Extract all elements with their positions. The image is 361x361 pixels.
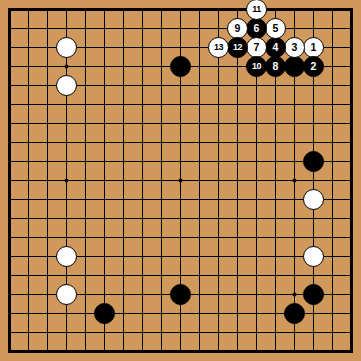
- move-number: 5: [273, 23, 279, 34]
- move-number: 2: [311, 61, 317, 72]
- move-number: 8: [273, 61, 279, 72]
- stone-white-q17-move-3: 3: [284, 37, 305, 58]
- stone-white-m18-move-13: 13: [208, 37, 229, 58]
- move-number: 10: [252, 62, 261, 71]
- stone-white-o17-move-7: 7: [246, 37, 267, 58]
- stone-black-q3: [284, 303, 305, 324]
- go-board-diagram: 12345678910111213: [0, 0, 361, 361]
- stone-white-o19-move-11: 11: [246, 0, 267, 20]
- stone-black-o16-move-10: 10: [246, 56, 267, 77]
- stone-black-f3: [94, 303, 115, 324]
- stone-white-n18-move-9: 9: [227, 18, 248, 39]
- move-number: 11: [252, 5, 261, 14]
- stone-black-r11: [303, 151, 324, 172]
- stone-white-d6: [56, 246, 77, 267]
- stone-black-n17-move-12: 12: [227, 37, 248, 58]
- stone-white-p18-move-5: 5: [265, 18, 286, 39]
- stone-white-d15: [56, 75, 77, 96]
- move-number: 7: [254, 42, 260, 53]
- move-number: 4: [273, 42, 279, 53]
- stone-white-d17: [56, 37, 77, 58]
- move-number: 6: [254, 23, 260, 34]
- move-number: 13: [214, 43, 223, 52]
- star-point: [293, 179, 297, 183]
- stone-black-k16: [170, 56, 191, 77]
- move-number: 1: [311, 42, 317, 53]
- move-number: 3: [292, 42, 298, 53]
- move-number: 12: [233, 43, 242, 52]
- star-point: [179, 179, 183, 183]
- stone-black-q16: [284, 56, 305, 77]
- stone-black-k4: [170, 284, 191, 305]
- stone-white-d4: [56, 284, 77, 305]
- stone-black-o18-move-6: 6: [246, 18, 267, 39]
- stone-white-r17-move-1: 1: [303, 37, 324, 58]
- move-number: 9: [235, 23, 241, 34]
- stone-black-r4: [303, 284, 324, 305]
- stone-white-r9: [303, 189, 324, 210]
- stone-white-r6: [303, 246, 324, 267]
- stone-black-p16-move-8: 8: [265, 56, 286, 77]
- star-point: [293, 293, 297, 297]
- stone-black-r16-move-2: 2: [303, 56, 324, 77]
- star-point: [65, 65, 69, 69]
- stone-black-p17-move-4: 4: [265, 37, 286, 58]
- star-point: [65, 179, 69, 183]
